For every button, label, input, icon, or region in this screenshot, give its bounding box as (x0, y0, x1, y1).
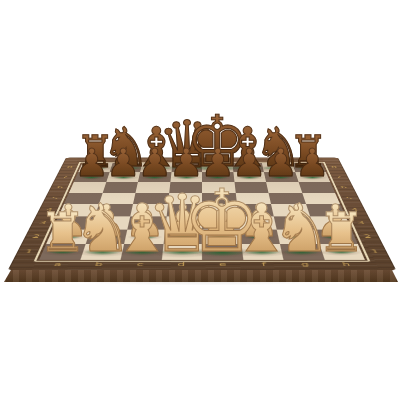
piece-felt-base (133, 235, 157, 239)
square-d5 (168, 193, 203, 204)
rank-label-right-8: 8 (328, 166, 342, 169)
piece-felt-base (124, 249, 160, 254)
square-b3 (90, 216, 130, 229)
rank-label-right-7: 7 (332, 176, 346, 179)
square-f6 (234, 182, 268, 193)
piece-felt-base (85, 249, 121, 254)
piece-felt-base (209, 235, 233, 239)
square-f3 (238, 216, 277, 229)
rank-label-right-4: 4 (347, 208, 363, 212)
file-label-g: g (296, 262, 314, 267)
piece-felt-base (239, 176, 260, 179)
file-label-c: c (131, 262, 149, 267)
rank-label-left-3: 3 (34, 221, 51, 225)
piece-felt-base (176, 176, 197, 179)
square-e6 (202, 182, 235, 193)
piece-felt-base (48, 250, 77, 254)
square-d4 (166, 204, 202, 216)
square-g6 (266, 182, 302, 193)
square-c6 (136, 182, 170, 193)
square-h5 (302, 193, 340, 204)
square-c3 (127, 216, 166, 229)
piece-felt-base (111, 166, 140, 170)
piece-felt-base (84, 166, 108, 170)
board-ground-shadow (0, 280, 400, 296)
square-a3 (53, 216, 95, 229)
piece-felt-base (142, 166, 171, 170)
square-a4 (59, 204, 99, 216)
square-b5 (99, 193, 136, 204)
piece-felt-base (270, 176, 291, 179)
square-b4 (94, 204, 133, 216)
rank-label-right-6: 6 (337, 186, 352, 189)
file-label-b: b (90, 262, 108, 267)
rank-label-left-7: 7 (58, 176, 72, 179)
piece-felt-base (171, 235, 195, 239)
square-f4 (237, 204, 274, 216)
rank-label-left-5: 5 (47, 197, 62, 200)
square-d3 (165, 216, 202, 229)
piece-felt-base (57, 235, 81, 239)
square-c4 (130, 204, 167, 216)
square-h6 (298, 182, 335, 193)
piece-felt-base (199, 249, 246, 256)
square-e3 (202, 216, 239, 229)
piece-felt-base (113, 176, 134, 179)
piece-felt-base (284, 249, 320, 254)
file-label-e: e (214, 262, 231, 267)
piece-felt-base (297, 166, 321, 170)
file-label-d: d (173, 262, 190, 267)
square-g3 (274, 216, 314, 229)
piece-felt-base (285, 235, 309, 239)
piece-felt-base (323, 235, 347, 239)
piece-felt-base (263, 166, 292, 170)
square-d6 (169, 182, 202, 193)
rank-label-left-6: 6 (53, 186, 68, 189)
piece-felt-base (302, 176, 323, 179)
square-g5 (268, 193, 305, 204)
rank-label-left-1: 1 (20, 249, 38, 254)
rank-label-right-2: 2 (359, 235, 377, 239)
piece-felt-base (198, 165, 236, 171)
piece-felt-base (244, 249, 280, 254)
square-h4 (306, 204, 346, 216)
piece-felt-base (95, 235, 119, 239)
square-f5 (235, 193, 271, 204)
rank-label-right-5: 5 (342, 197, 357, 200)
file-label-a: a (48, 262, 67, 267)
rank-label-left-2: 2 (27, 235, 45, 239)
piece-felt-base (247, 235, 271, 239)
rank-label-right-1: 1 (366, 249, 384, 254)
piece-felt-base (144, 176, 165, 179)
rank-label-right-3: 3 (353, 221, 370, 225)
file-label-h: h (337, 262, 356, 267)
rank-label-left-8: 8 (63, 166, 77, 169)
square-e5 (202, 193, 237, 204)
piece-felt-base (233, 166, 262, 170)
square-e4 (202, 204, 238, 216)
square-g4 (271, 204, 310, 216)
piece-felt-base (327, 250, 356, 254)
square-a6 (69, 182, 106, 193)
rank-label-left-4: 4 (41, 208, 57, 212)
square-a5 (64, 193, 102, 204)
chess-set-photo: abcdefgh1122334455667788 ♜♞♝♛♚♝♞♜♟♟♟♟♟♟♟… (0, 0, 400, 400)
piece-felt-base (207, 176, 228, 179)
square-c5 (133, 193, 169, 204)
square-h3 (310, 216, 352, 229)
file-label-f: f (255, 262, 273, 267)
piece-felt-base (81, 176, 102, 179)
square-b6 (102, 182, 138, 193)
